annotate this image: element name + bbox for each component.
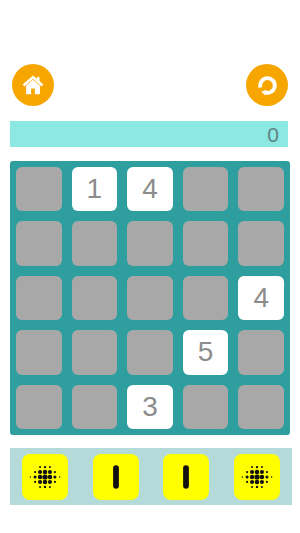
board-cell-r3c1[interactable] bbox=[16, 276, 62, 320]
board-cell-r4c1[interactable] bbox=[16, 330, 62, 374]
board-cell-r1c3[interactable]: 4 bbox=[127, 167, 173, 211]
vertical-bar-icon bbox=[98, 459, 134, 495]
score-value: 0 bbox=[267, 124, 279, 145]
board-cell-r2c5[interactable] bbox=[238, 221, 284, 265]
home-icon bbox=[20, 72, 46, 98]
restart-icon bbox=[254, 72, 281, 99]
board-cell-r2c3[interactable] bbox=[127, 221, 173, 265]
score-bar: 0 bbox=[10, 121, 288, 147]
board-cell-r2c1[interactable] bbox=[16, 221, 62, 265]
board-cell-r4c4[interactable]: 5 bbox=[183, 330, 229, 374]
puzzle-board: 1 4 4 5 3 bbox=[10, 161, 290, 435]
home-button[interactable] bbox=[12, 64, 54, 106]
dots-button-right[interactable] bbox=[234, 454, 280, 500]
board-cell-r3c3[interactable] bbox=[127, 276, 173, 320]
board-cell-r2c2[interactable] bbox=[72, 221, 118, 265]
board-cell-r4c3[interactable] bbox=[127, 330, 173, 374]
board-cell-r3c2[interactable] bbox=[72, 276, 118, 320]
board-cell-r1c4[interactable] bbox=[183, 167, 229, 211]
board-cell-r5c5[interactable] bbox=[238, 385, 284, 429]
board-cell-r1c5[interactable] bbox=[238, 167, 284, 211]
board-cell-r5c4[interactable] bbox=[183, 385, 229, 429]
board-cell-r5c1[interactable] bbox=[16, 385, 62, 429]
board-cell-r1c1[interactable] bbox=[16, 167, 62, 211]
vertical-bar-icon bbox=[168, 459, 204, 495]
bar-button-right[interactable] bbox=[163, 454, 209, 500]
board-cell-r1c2[interactable]: 1 bbox=[72, 167, 118, 211]
board-cell-r5c2[interactable] bbox=[72, 385, 118, 429]
board-cell-r4c5[interactable] bbox=[238, 330, 284, 374]
control-strip bbox=[10, 448, 292, 505]
bar-button-left[interactable] bbox=[93, 454, 139, 500]
board-cell-r3c4[interactable] bbox=[183, 276, 229, 320]
restart-button[interactable] bbox=[246, 64, 288, 106]
board-cell-r3c5[interactable]: 4 bbox=[238, 276, 284, 320]
board-cell-r5c3[interactable]: 3 bbox=[127, 385, 173, 429]
halftone-dots-icon bbox=[239, 459, 275, 495]
dots-button-left[interactable] bbox=[22, 454, 68, 500]
board-cell-r4c2[interactable] bbox=[72, 330, 118, 374]
board-cell-r2c4[interactable] bbox=[183, 221, 229, 265]
halftone-dots-icon bbox=[27, 459, 63, 495]
